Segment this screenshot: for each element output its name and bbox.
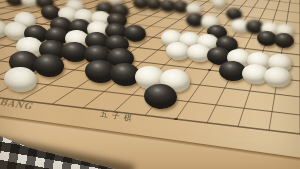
go-board-photo: BANG 五子棋 xyxy=(0,0,300,169)
